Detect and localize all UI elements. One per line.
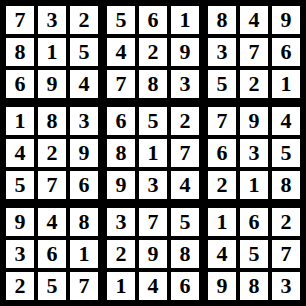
sudoku-cell-r8c9[interactable]: 7: [272, 240, 300, 268]
sudoku-cell-r8c8[interactable]: 5: [240, 240, 268, 268]
sudoku-cell-r8c4[interactable]: 2: [107, 240, 135, 268]
sudoku-cell-r7c3[interactable]: 8: [70, 208, 98, 236]
sudoku-board-frame: 7325618498154293766947835211836527944298…: [0, 0, 306, 306]
sudoku-cell-r2c8[interactable]: 7: [240, 38, 268, 66]
sudoku-cell-r5c1[interactable]: 4: [6, 139, 34, 167]
sudoku-cell-r6c6[interactable]: 4: [171, 171, 199, 199]
sudoku-cell-r4c1[interactable]: 1: [6, 107, 34, 135]
sudoku-cell-r1c4[interactable]: 5: [107, 6, 135, 34]
sudoku-cell-r6c7[interactable]: 2: [208, 171, 236, 199]
sudoku-cell-r6c2[interactable]: 7: [38, 171, 66, 199]
sudoku-cell-r3c8[interactable]: 2: [240, 70, 268, 98]
sudoku-cell-r4c5[interactable]: 5: [139, 107, 167, 135]
sudoku-cell-r4c2[interactable]: 8: [38, 107, 66, 135]
sudoku-cell-r2c3[interactable]: 5: [70, 38, 98, 66]
sudoku-cell-r9c6[interactable]: 6: [171, 272, 199, 300]
sudoku-cell-r9c1[interactable]: 2: [6, 272, 34, 300]
sudoku-cell-r7c2[interactable]: 4: [38, 208, 66, 236]
sudoku-cell-r4c7[interactable]: 7: [208, 107, 236, 135]
sudoku-cell-r4c4[interactable]: 6: [107, 107, 135, 135]
sudoku-cell-r8c2[interactable]: 6: [38, 240, 66, 268]
sudoku-cell-r8c6[interactable]: 8: [171, 240, 199, 268]
sudoku-cell-r2c2[interactable]: 1: [38, 38, 66, 66]
sudoku-cell-r1c6[interactable]: 1: [171, 6, 199, 34]
sudoku-cell-r4c3[interactable]: 3: [70, 107, 98, 135]
sudoku-cell-r7c1[interactable]: 9: [6, 208, 34, 236]
sudoku-cell-r7c6[interactable]: 5: [171, 208, 199, 236]
sudoku-cell-r7c9[interactable]: 2: [272, 208, 300, 236]
sudoku-cell-r8c1[interactable]: 3: [6, 240, 34, 268]
sudoku-cell-r1c7[interactable]: 8: [208, 6, 236, 34]
sudoku-cell-r1c5[interactable]: 6: [139, 6, 167, 34]
sudoku-cell-r3c7[interactable]: 5: [208, 70, 236, 98]
sudoku-cell-r6c5[interactable]: 3: [139, 171, 167, 199]
sudoku-cell-r6c4[interactable]: 9: [107, 171, 135, 199]
sudoku-cell-r3c2[interactable]: 9: [38, 70, 66, 98]
sudoku-cell-r4c9[interactable]: 4: [272, 107, 300, 135]
sudoku-cell-r6c3[interactable]: 6: [70, 171, 98, 199]
sudoku-cell-r7c7[interactable]: 1: [208, 208, 236, 236]
sudoku-cell-r5c9[interactable]: 5: [272, 139, 300, 167]
sudoku-cell-r9c3[interactable]: 7: [70, 272, 98, 300]
sudoku-cell-r1c1[interactable]: 7: [6, 6, 34, 34]
sudoku-cell-r3c1[interactable]: 6: [6, 70, 34, 98]
sudoku-cell-r4c6[interactable]: 2: [171, 107, 199, 135]
sudoku-cell-r5c8[interactable]: 3: [240, 139, 268, 167]
sudoku-cell-r5c7[interactable]: 6: [208, 139, 236, 167]
sudoku-cell-r3c5[interactable]: 8: [139, 70, 167, 98]
sudoku-cell-r2c4[interactable]: 4: [107, 38, 135, 66]
sudoku-cell-r5c4[interactable]: 8: [107, 139, 135, 167]
sudoku-cell-r2c9[interactable]: 6: [272, 38, 300, 66]
sudoku-cell-r1c8[interactable]: 4: [240, 6, 268, 34]
sudoku-cell-r2c5[interactable]: 2: [139, 38, 167, 66]
sudoku-cell-r7c5[interactable]: 7: [139, 208, 167, 236]
sudoku-cell-r9c2[interactable]: 5: [38, 272, 66, 300]
sudoku-cell-r1c9[interactable]: 9: [272, 6, 300, 34]
sudoku-cell-r2c6[interactable]: 9: [171, 38, 199, 66]
sudoku-cell-r9c8[interactable]: 8: [240, 272, 268, 300]
sudoku-cell-r5c5[interactable]: 1: [139, 139, 167, 167]
sudoku-cell-r1c2[interactable]: 3: [38, 6, 66, 34]
sudoku-cell-r8c5[interactable]: 9: [139, 240, 167, 268]
sudoku-cell-r9c5[interactable]: 4: [139, 272, 167, 300]
sudoku-cell-r8c7[interactable]: 4: [208, 240, 236, 268]
sudoku-cell-r5c2[interactable]: 2: [38, 139, 66, 167]
sudoku-cell-r3c4[interactable]: 7: [107, 70, 135, 98]
sudoku-cell-r9c7[interactable]: 9: [208, 272, 236, 300]
sudoku-cell-r1c3[interactable]: 2: [70, 6, 98, 34]
sudoku-cell-r8c3[interactable]: 1: [70, 240, 98, 268]
sudoku-cell-r3c9[interactable]: 1: [272, 70, 300, 98]
sudoku-cell-r3c6[interactable]: 3: [171, 70, 199, 98]
sudoku-cell-r2c7[interactable]: 3: [208, 38, 236, 66]
sudoku-cell-r3c3[interactable]: 4: [70, 70, 98, 98]
sudoku-cell-r6c1[interactable]: 5: [6, 171, 34, 199]
sudoku-cell-r9c9[interactable]: 3: [272, 272, 300, 300]
sudoku-cell-r5c6[interactable]: 7: [171, 139, 199, 167]
sudoku-cell-r7c8[interactable]: 6: [240, 208, 268, 236]
sudoku-cell-r9c4[interactable]: 1: [107, 272, 135, 300]
sudoku-cell-r6c9[interactable]: 8: [272, 171, 300, 199]
sudoku-board: 7325618498154293766947835211836527944298…: [6, 6, 300, 300]
sudoku-cell-r2c1[interactable]: 8: [6, 38, 34, 66]
sudoku-cell-r4c8[interactable]: 9: [240, 107, 268, 135]
sudoku-cell-r7c4[interactable]: 3: [107, 208, 135, 236]
sudoku-cell-r6c8[interactable]: 1: [240, 171, 268, 199]
sudoku-cell-r5c3[interactable]: 9: [70, 139, 98, 167]
